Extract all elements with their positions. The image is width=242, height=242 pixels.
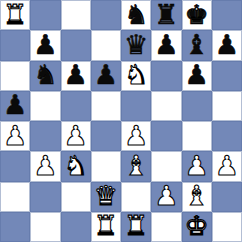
piece-white-pawn: ♟ xyxy=(124,122,148,149)
piece-black-pawn: ♟ xyxy=(3,91,27,118)
piece-white-rook: ♜ xyxy=(3,1,27,28)
square-c1[interactable] xyxy=(61,212,91,242)
square-d5[interactable] xyxy=(91,91,121,121)
square-h6[interactable] xyxy=(212,61,242,91)
square-e4[interactable]: ♟ xyxy=(121,121,151,151)
square-g4[interactable] xyxy=(182,121,212,151)
square-e5[interactable] xyxy=(121,91,151,121)
piece-black-king: ♚ xyxy=(185,1,209,28)
square-e6[interactable]: ♞ xyxy=(121,61,151,91)
square-c2[interactable] xyxy=(61,182,91,212)
square-f3[interactable] xyxy=(151,151,181,181)
square-f7[interactable]: ♟ xyxy=(151,30,181,60)
piece-white-pawn: ♟ xyxy=(33,152,57,179)
square-d3[interactable] xyxy=(91,151,121,181)
square-g8[interactable]: ♚ xyxy=(182,0,212,30)
square-h7[interactable]: ♟ xyxy=(212,30,242,60)
piece-black-knight: ♞ xyxy=(124,1,148,28)
square-a6[interactable] xyxy=(0,61,30,91)
square-g1[interactable]: ♚ xyxy=(182,212,212,242)
piece-black-rook: ♜ xyxy=(154,1,178,28)
square-c4[interactable]: ♟ xyxy=(61,121,91,151)
piece-black-knight: ♞ xyxy=(33,61,57,88)
square-b8[interactable] xyxy=(30,0,60,30)
piece-white-pawn: ♟ xyxy=(64,122,88,149)
square-a4[interactable]: ♟ xyxy=(0,121,30,151)
square-h1[interactable] xyxy=(212,212,242,242)
square-d1[interactable]: ♜ xyxy=(91,212,121,242)
square-h5[interactable] xyxy=(212,91,242,121)
square-e3[interactable]: ♝ xyxy=(121,151,151,181)
square-a5[interactable]: ♟ xyxy=(0,91,30,121)
square-h3[interactable]: ♟ xyxy=(212,151,242,181)
piece-white-knight: ♞ xyxy=(64,152,88,179)
square-g7[interactable]: ♝ xyxy=(182,30,212,60)
square-c5[interactable] xyxy=(61,91,91,121)
square-a2[interactable] xyxy=(0,182,30,212)
square-e8[interactable]: ♞ xyxy=(121,0,151,30)
square-b7[interactable]: ♟ xyxy=(30,30,60,60)
square-a3[interactable] xyxy=(0,151,30,181)
square-d2[interactable]: ♛ xyxy=(91,182,121,212)
piece-black-bishop: ♝ xyxy=(185,31,209,58)
piece-black-pawn: ♟ xyxy=(215,31,239,58)
square-b1[interactable] xyxy=(30,212,60,242)
square-d8[interactable] xyxy=(91,0,121,30)
square-a1[interactable] xyxy=(0,212,30,242)
piece-white-pawn: ♟ xyxy=(3,122,27,149)
square-b3[interactable]: ♟ xyxy=(30,151,60,181)
piece-white-rook: ♜ xyxy=(94,212,118,239)
square-g5[interactable] xyxy=(182,91,212,121)
piece-white-pawn: ♟ xyxy=(154,182,178,209)
piece-black-pawn: ♟ xyxy=(154,31,178,58)
square-c7[interactable] xyxy=(61,30,91,60)
square-f4[interactable] xyxy=(151,121,181,151)
square-e7[interactable]: ♛ xyxy=(121,30,151,60)
square-a7[interactable] xyxy=(0,30,30,60)
square-b5[interactable] xyxy=(30,91,60,121)
square-g3[interactable]: ♟ xyxy=(182,151,212,181)
square-e1[interactable]: ♜ xyxy=(121,212,151,242)
square-c6[interactable]: ♟ xyxy=(61,61,91,91)
square-d7[interactable] xyxy=(91,30,121,60)
piece-white-pawn: ♟ xyxy=(185,152,209,179)
piece-black-pawn: ♟ xyxy=(33,31,57,58)
piece-black-pawn: ♟ xyxy=(94,61,118,88)
square-b2[interactable] xyxy=(30,182,60,212)
square-c8[interactable] xyxy=(61,0,91,30)
chess-board: ♜♞♜♚♟♛♟♝♟♞♟♟♞♟♟♟♟♟♟♞♝♟♟♛♟♝♜♜♚ xyxy=(0,0,242,242)
piece-white-king: ♚ xyxy=(185,212,209,239)
square-d4[interactable] xyxy=(91,121,121,151)
piece-white-bishop: ♝ xyxy=(185,182,209,209)
square-c3[interactable]: ♞ xyxy=(61,151,91,181)
square-a8[interactable]: ♜ xyxy=(0,0,30,30)
piece-white-queen: ♛ xyxy=(94,182,118,209)
square-b6[interactable]: ♞ xyxy=(30,61,60,91)
square-f5[interactable] xyxy=(151,91,181,121)
square-g2[interactable]: ♝ xyxy=(182,182,212,212)
piece-white-knight: ♞ xyxy=(124,61,148,88)
square-g6[interactable]: ♟ xyxy=(182,61,212,91)
square-f8[interactable]: ♜ xyxy=(151,0,181,30)
square-h8[interactable] xyxy=(212,0,242,30)
square-e2[interactable] xyxy=(121,182,151,212)
piece-black-queen: ♛ xyxy=(124,31,148,58)
piece-white-rook: ♜ xyxy=(124,212,148,239)
square-b4[interactable] xyxy=(30,121,60,151)
piece-white-pawn: ♟ xyxy=(215,152,239,179)
square-f1[interactable] xyxy=(151,212,181,242)
piece-white-bishop: ♝ xyxy=(124,152,148,179)
square-h2[interactable] xyxy=(212,182,242,212)
square-f6[interactable] xyxy=(151,61,181,91)
square-d6[interactable]: ♟ xyxy=(91,61,121,91)
piece-black-pawn: ♟ xyxy=(64,61,88,88)
square-h4[interactable] xyxy=(212,121,242,151)
square-f2[interactable]: ♟ xyxy=(151,182,181,212)
piece-black-pawn: ♟ xyxy=(185,61,209,88)
